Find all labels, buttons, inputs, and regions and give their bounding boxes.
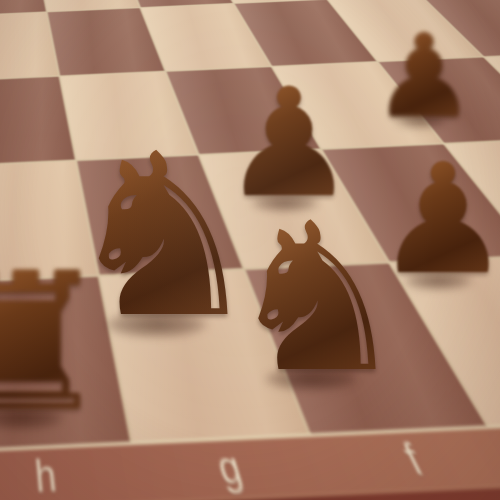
- chess-board-photo: hgf ♟♟♟♞♞♜: [0, 0, 500, 500]
- file-label-f: f: [312, 429, 500, 493]
- file-label-g: g: [134, 437, 332, 500]
- file-label-h: h: [0, 445, 142, 500]
- piece-pawn-e5[interactable]: ♟: [372, 29, 475, 123]
- piece-knight-f8[interactable]: ♞: [225, 214, 409, 382]
- piece-rook-h8[interactable]: ♜: [0, 265, 111, 421]
